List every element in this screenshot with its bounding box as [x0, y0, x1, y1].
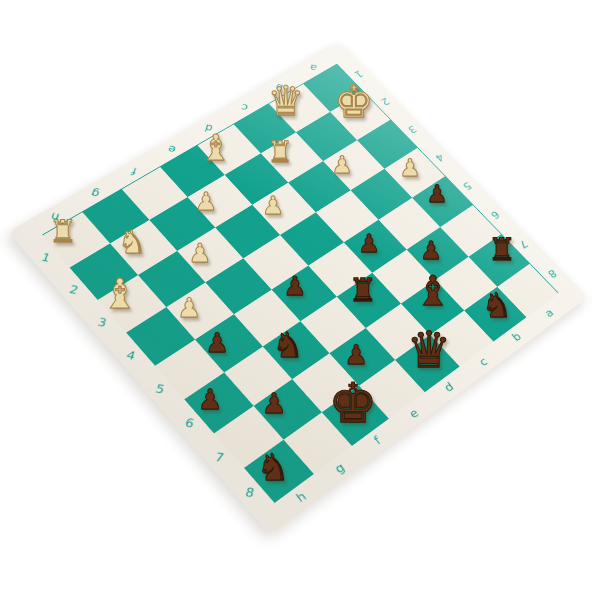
- coord-label-rank-6-hfile-edge: 6: [180, 416, 197, 431]
- piece-white-king-a2[interactable]: ♚: [334, 80, 373, 124]
- chessboard-photo-scene: 1122334455667788aabbccddeeffgghh ♚♛♜♜♝♝♞…: [0, 0, 600, 600]
- piece-white-queen-b1[interactable]: ♛: [268, 81, 305, 122]
- coord-label-file-e-rank8-edge: e: [405, 405, 424, 422]
- coord-label-file-d-rank8-edge: d: [440, 379, 458, 395]
- piece-white-pawn-4-e2[interactable]: ♟: [195, 189, 217, 214]
- piece-white-pawn-2-b3[interactable]: ♟: [331, 153, 353, 177]
- piece-black-king-f8[interactable]: ♚: [328, 376, 377, 431]
- coord-label-file-f-rank1-edge: f: [126, 164, 142, 177]
- piece-black-pawn-2-b6[interactable]: ♟: [420, 238, 442, 263]
- coord-label-file-a-rank1-edge: a: [307, 62, 321, 74]
- piece-black-pawn-1-a5[interactable]: ♟: [426, 182, 448, 206]
- coord-label-rank-7-afile-edge: 7: [514, 236, 531, 251]
- piece-black-knight-3-h8[interactable]: ♞: [256, 449, 289, 486]
- piece-white-rook-2-c2[interactable]: ♜: [267, 138, 293, 167]
- coord-label-file-b-rank8-edge: b: [508, 329, 526, 345]
- coord-label-file-c-rank8-edge: c: [475, 354, 493, 370]
- coord-label-rank-6-afile-edge: 6: [486, 207, 503, 221]
- piece-black-pawn-4-e5[interactable]: ♟: [283, 273, 306, 299]
- coord-label-rank-2-hfile-edge: 2: [65, 283, 83, 297]
- coord-label-file-c-rank1-edge: c: [237, 101, 252, 113]
- coord-label-rank-4-hfile-edge: 4: [122, 348, 140, 362]
- piece-black-pawn-3-c5[interactable]: ♟: [358, 231, 380, 256]
- piece-black-rook-2-d6[interactable]: ♜: [349, 274, 378, 306]
- piece-white-knight-g2[interactable]: ♞: [118, 226, 147, 258]
- piece-black-bishop-c7[interactable]: ♝: [415, 271, 452, 312]
- coord-label-rank-7-hfile-edge: 7: [210, 450, 227, 465]
- piece-black-queen-d8[interactable]: ♛: [407, 325, 452, 375]
- piece-black-pawn-7-g7[interactable]: ♟: [261, 390, 286, 418]
- piece-black-knight-1-b8[interactable]: ♞: [482, 288, 512, 322]
- coord-label-file-a-rank8-edge: a: [541, 305, 558, 320]
- piece-white-pawn-6-g4[interactable]: ♟: [177, 294, 201, 321]
- coord-label-rank-2-afile-edge: 2: [376, 94, 393, 107]
- coord-label-rank-8-afile-edge: 8: [543, 266, 560, 281]
- piece-white-pawn-1-a4[interactable]: ♟: [399, 156, 421, 180]
- piece-white-pawn-5-f3[interactable]: ♟: [188, 240, 211, 266]
- piece-black-pawn-6-g5[interactable]: ♟: [205, 329, 229, 356]
- piece-white-rook-1-h1[interactable]: ♜: [49, 216, 77, 247]
- coord-label-file-e-rank1-edge: e: [164, 143, 180, 156]
- coord-label-file-g-rank1-edge: g: [87, 187, 104, 200]
- piece-black-pawn-5-e7[interactable]: ♟: [344, 341, 368, 368]
- piece-black-pawn-8-h6[interactable]: ♟: [197, 386, 222, 414]
- piece-black-rook-1-a7[interactable]: ♜: [488, 234, 516, 265]
- piece-white-bishop-2-h3[interactable]: ♝: [102, 274, 139, 315]
- coord-label-rank-4-afile-edge: 4: [431, 150, 448, 164]
- piece-white-pawn-3-d3[interactable]: ♟: [262, 193, 284, 218]
- coord-label-rank-5-afile-edge: 5: [458, 178, 475, 192]
- coord-label-rank-1-hfile-edge: 1: [37, 251, 55, 265]
- coord-label-file-h-rank8-edge: h: [292, 488, 312, 506]
- coord-label-file-g-rank8-edge: g: [331, 459, 350, 477]
- coord-label-rank-5-hfile-edge: 5: [151, 382, 168, 397]
- piece-black-knight-2-f6[interactable]: ♞: [272, 328, 303, 363]
- piece-white-bishop-1-d1[interactable]: ♝: [200, 130, 232, 166]
- coord-label-rank-3-afile-edge: 3: [403, 122, 420, 136]
